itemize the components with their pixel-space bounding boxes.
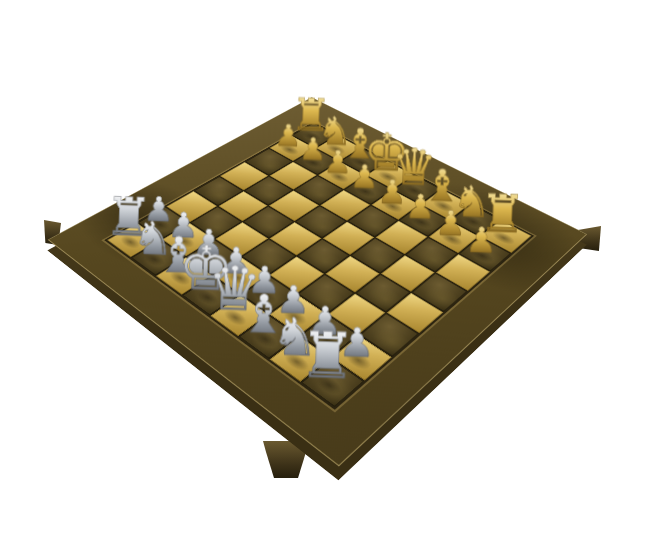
- black-pawn: ♟: [452, 222, 511, 259]
- square-b5: [381, 255, 435, 292]
- chess-board: ♜♞♝♚♛♝♞♜♟♟♟♟♟♟♟♟♟♟♟♟♟♟♟♟♜♞♝♚♛♝♞♜: [48, 97, 588, 466]
- square-a1: ♜: [302, 359, 364, 407]
- board-playing-area: ♜♞♝♚♛♝♞♜♟♟♟♟♟♟♟♟♟♟♟♟♟♟♟♟♜♞♝♚♛♝♞♜: [107, 123, 531, 407]
- board-frame: ♜♞♝♚♛♝♞♜♟♟♟♟♟♟♟♟♟♟♟♟♟♟♟♟♜♞♝♚♛♝♞♜: [48, 97, 588, 466]
- white-rook: ♜: [293, 323, 364, 388]
- product-photo: ♜♞♝♚♛♝♞♜♟♟♟♟♟♟♟♟♟♟♟♟♟♟♟♟♜♞♝♚♛♝♞♜: [0, 0, 650, 533]
